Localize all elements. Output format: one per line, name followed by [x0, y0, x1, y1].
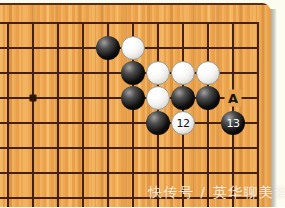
- intersection-T18: [246, 36, 271, 61]
- white-stone-O18: [121, 36, 145, 60]
- intersection-R17: [196, 61, 221, 86]
- intersection-Q16: [171, 86, 196, 111]
- intersection-O15: [121, 111, 146, 136]
- black-stone-P15: [146, 111, 170, 135]
- intersection-L12: [46, 186, 71, 208]
- black-stone-S15: 13: [221, 111, 245, 135]
- intersection-Q17: [171, 61, 196, 86]
- white-stone-Q15: 12: [171, 111, 195, 135]
- black-stone-R16: [196, 86, 220, 110]
- intersection-M18: [71, 36, 96, 61]
- intersection-N18: [96, 36, 121, 61]
- intersection-L17: [46, 61, 71, 86]
- intersection-P19: [146, 11, 171, 36]
- black-stone-O16: [121, 86, 145, 110]
- intersection-O13: [121, 161, 146, 186]
- intersection-P16: [146, 86, 171, 111]
- intersection-K12: [21, 186, 46, 208]
- go-diagram-screenshot: A1213 快传号 / 英华聊美食: [0, 0, 285, 207]
- intersection-M17: [71, 61, 96, 86]
- intersection-T15: [246, 111, 271, 136]
- intersection-R15: [196, 111, 221, 136]
- intersection-N16: [96, 86, 121, 111]
- intersection-R19: [196, 11, 221, 36]
- intersection-T13: [246, 161, 271, 186]
- intersection-L19: [46, 11, 71, 36]
- intersection-T17: [246, 61, 271, 86]
- intersection-J17: [0, 61, 21, 86]
- board-drop-shadow: [270, 9, 277, 207]
- intersection-Q18: [171, 36, 196, 61]
- intersection-O19: [121, 11, 146, 36]
- intersection-K19: [21, 11, 46, 36]
- intersection-L15: [46, 111, 71, 136]
- intersection-T16: [246, 86, 271, 111]
- intersection-P13: [146, 161, 171, 186]
- black-stone-Q16: [171, 86, 195, 110]
- go-board: A1213: [0, 3, 271, 207]
- intersection-K15: [21, 111, 46, 136]
- intersection-K13: [21, 161, 46, 186]
- white-stone-R17: [196, 61, 220, 85]
- intersection-J12: [0, 186, 21, 208]
- white-stone-Q17: [171, 61, 195, 85]
- intersection-O18: [121, 36, 146, 61]
- black-stone-N18: [96, 36, 120, 60]
- intersection-T19: [246, 11, 271, 36]
- board-top-edge-line: [0, 3, 271, 5]
- intersection-N12: [96, 186, 121, 208]
- move-number: 13: [227, 118, 240, 129]
- intersection-T14: [246, 136, 271, 161]
- intersection-P14: [146, 136, 171, 161]
- intersection-K17: [21, 61, 46, 86]
- intersection-J14: [0, 136, 21, 161]
- intersection-K18: [21, 36, 46, 61]
- intersection-L18: [46, 36, 71, 61]
- intersection-M15: [71, 111, 96, 136]
- white-stone-P17: [146, 61, 170, 85]
- intersection-J19: [0, 11, 21, 36]
- intersection-R13: [196, 161, 221, 186]
- intersection-J13: [0, 161, 21, 186]
- star-point-K16: [30, 95, 37, 102]
- intersection-M19: [71, 11, 96, 36]
- intersection-M14: [71, 136, 96, 161]
- intersection-K14: [21, 136, 46, 161]
- board-grid: A1213: [0, 11, 271, 208]
- intersection-R14: [196, 136, 221, 161]
- intersection-Q14: [171, 136, 196, 161]
- intersection-O14: [121, 136, 146, 161]
- intersection-M13: [71, 161, 96, 186]
- intersection-S18: [221, 36, 246, 61]
- intersection-N14: [96, 136, 121, 161]
- intersection-J16: [0, 86, 21, 111]
- point-label-A: A: [225, 90, 242, 107]
- intersection-N17: [96, 61, 121, 86]
- intersection-S13: [221, 161, 246, 186]
- intersection-J18: [0, 36, 21, 61]
- watermark-text: 快传号 / 英华聊美食: [148, 184, 285, 202]
- intersection-Q15: 12: [171, 111, 196, 136]
- intersection-S17: [221, 61, 246, 86]
- intersection-S16: A: [221, 86, 246, 111]
- move-number: 12: [177, 118, 190, 129]
- intersection-L13: [46, 161, 71, 186]
- intersection-P15: [146, 111, 171, 136]
- intersection-R18: [196, 36, 221, 61]
- intersection-Q19: [171, 11, 196, 36]
- intersection-L14: [46, 136, 71, 161]
- black-stone-O17: [121, 61, 145, 85]
- intersection-J15: [0, 111, 21, 136]
- intersection-P18: [146, 36, 171, 61]
- intersection-N13: [96, 161, 121, 186]
- intersection-P17: [146, 61, 171, 86]
- intersection-O16: [121, 86, 146, 111]
- intersection-S15: 13: [221, 111, 246, 136]
- intersection-O17: [121, 61, 146, 86]
- intersection-O12: [121, 186, 146, 208]
- intersection-S19: [221, 11, 246, 36]
- intersection-R16: [196, 86, 221, 111]
- intersection-S14: [221, 136, 246, 161]
- intersection-L16: [46, 86, 71, 111]
- intersection-M12: [71, 186, 96, 208]
- intersection-K16: [21, 86, 46, 111]
- intersection-Q13: [171, 161, 196, 186]
- white-stone-P16: [146, 86, 170, 110]
- intersection-N19: [96, 11, 121, 36]
- intersection-N15: [96, 111, 121, 136]
- intersection-M16: [71, 86, 96, 111]
